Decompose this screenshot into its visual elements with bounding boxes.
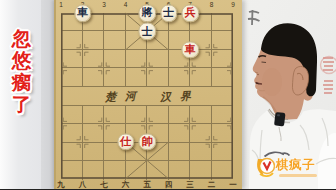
file-label-bottom: 五 [143, 180, 151, 190]
red-chariot[interactable]: 車 [181, 41, 199, 59]
red-general[interactable]: 帥 [138, 133, 156, 151]
file-label-top: 4 [124, 1, 128, 8]
watermark-logo-icon [255, 155, 275, 179]
black-chariot[interactable]: 車 [74, 4, 92, 22]
piece-glyph: 將 [142, 8, 153, 19]
watermark-text: 棋疯子 [276, 157, 315, 174]
piece-glyph: 士 [163, 8, 174, 19]
face [253, 24, 314, 120]
red-advisor[interactable]: 仕 [117, 133, 135, 151]
black-advisor-2[interactable]: 士 [138, 23, 156, 41]
hair [261, 23, 317, 96]
board-lattice: 楚河 汉界 車將士兵士車仕帥 [61, 13, 233, 179]
file-label-bottom: 九 [57, 180, 65, 190]
file-label-top: 3 [102, 1, 106, 8]
channel-watermark: 棋疯子 [255, 154, 336, 186]
file-label-bottom: 八 [79, 180, 87, 190]
piece-layer: 車將士兵士車仕帥 [61, 13, 233, 179]
piece-glyph: 兵 [185, 8, 196, 19]
black-general[interactable]: 將 [138, 4, 156, 22]
xiangqi-board: 123456789 九八七六五四三二一 楚河 汉界 車將士兵士車仕帥 [54, 0, 242, 189]
file-label-bottom: 三 [186, 180, 194, 190]
ear [292, 66, 308, 95]
eye [262, 62, 267, 63]
piece-glyph: 車 [185, 44, 196, 55]
clip-microphone [274, 112, 286, 127]
file-label-bottom: 一 [229, 180, 237, 190]
wall-gap [41, 0, 54, 189]
piece-glyph: 車 [77, 8, 88, 19]
eyebrow [259, 56, 267, 57]
black-advisor-1[interactable]: 士 [160, 4, 178, 22]
file-label-bottom: 六 [122, 180, 130, 190]
wall-calligraphy-mark [248, 10, 260, 25]
file-label-bottom: 七 [100, 180, 108, 190]
piece-glyph: 仕 [120, 136, 131, 147]
wall-red-seal [321, 57, 336, 94]
video-frame: 忽悠瘸了 123456789 九八七六五四三二一 楚河 汉界 車將士兵士車仕帥 [0, 0, 336, 189]
collar [268, 110, 290, 123]
file-label-top: 8 [210, 1, 214, 8]
overlay-caption: 忽悠瘸了 [8, 27, 35, 115]
file-label-top: 1 [59, 1, 63, 8]
piece-glyph: 帥 [142, 136, 153, 147]
file-label-bottom: 四 [165, 180, 173, 190]
file-label-bottom: 二 [208, 180, 216, 190]
file-label-top: 9 [231, 1, 235, 8]
piece-glyph: 士 [142, 26, 153, 37]
watermark-subtext-blur [279, 174, 317, 177]
mouth [256, 83, 263, 85]
red-pawn[interactable]: 兵 [181, 4, 199, 22]
